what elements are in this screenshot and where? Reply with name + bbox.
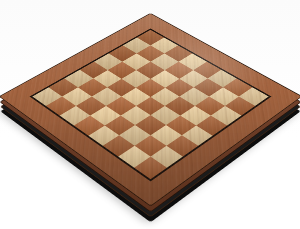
board-square (150, 53, 178, 70)
board-square (194, 78, 223, 96)
board-square (150, 69, 179, 86)
board-square (135, 78, 164, 96)
board-square (106, 78, 135, 96)
chess-board (0, 13, 300, 207)
board-square (207, 69, 236, 86)
product-photo (0, 0, 300, 229)
board-square (79, 61, 107, 78)
board-square (64, 69, 93, 86)
board-square (94, 53, 122, 70)
board-square (164, 45, 192, 61)
board-square (123, 37, 150, 53)
board-scene (0, 0, 300, 229)
board-square (164, 61, 192, 78)
board-square (109, 45, 137, 61)
board-square (122, 53, 150, 70)
board-square (77, 78, 106, 96)
board-square (193, 61, 221, 78)
board-square (137, 29, 164, 44)
board-square (223, 78, 252, 96)
board-square (93, 69, 122, 86)
board-square (136, 61, 164, 78)
board-square (107, 61, 135, 78)
board-square (136, 45, 164, 61)
board-square (165, 78, 194, 96)
board-square (179, 69, 208, 86)
board-square (150, 37, 177, 53)
board-square (121, 69, 150, 86)
board-square (48, 78, 77, 96)
board-square (178, 53, 206, 70)
